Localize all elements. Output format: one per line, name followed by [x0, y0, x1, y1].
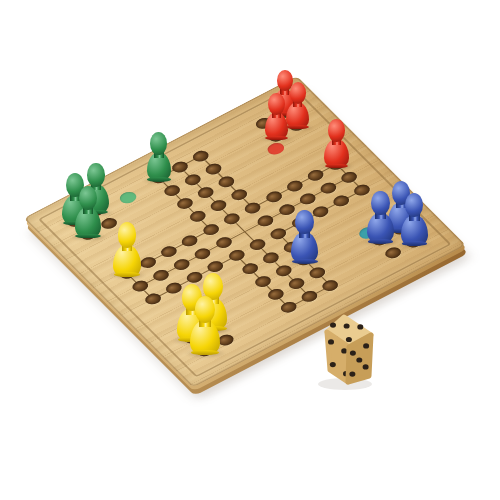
peg-yellow-head [195, 296, 215, 323]
die-pip [356, 357, 362, 362]
peg-blue-1[interactable] [367, 191, 395, 244]
die-pip [330, 323, 336, 328]
peg-red-3[interactable] [285, 82, 309, 129]
peg-blue-rim [292, 259, 318, 264]
peg-green-head [87, 163, 105, 187]
die-pip [346, 337, 352, 342]
peg-blue-head [405, 193, 423, 218]
peg-green-4[interactable] [146, 132, 172, 182]
peg-green-2[interactable] [74, 186, 102, 239]
scene [0, 0, 500, 500]
die-pip [330, 362, 336, 367]
peg-red-head [290, 82, 306, 104]
peg-green-rim [147, 177, 171, 181]
die-pip [357, 324, 363, 329]
peg-green-head [79, 186, 97, 210]
peg-blue-4[interactable] [291, 210, 319, 264]
peg-blue-head [371, 191, 389, 215]
peg-blue-head [295, 210, 314, 235]
peg-blue-rim [368, 239, 393, 244]
die-pip [363, 364, 369, 369]
peg-red-head [268, 93, 284, 115]
die-pip [328, 339, 334, 344]
die[interactable] [315, 308, 381, 392]
pieces-layer [0, 0, 500, 500]
die-pip [344, 323, 350, 328]
peg-blue-3[interactable] [401, 193, 429, 246]
die-pip [349, 372, 355, 377]
die-pip [363, 343, 369, 348]
peg-red-head [328, 119, 345, 142]
die-pip [341, 348, 347, 353]
peg-red-4[interactable] [324, 119, 350, 168]
die-pip [350, 351, 356, 356]
peg-green-head [150, 132, 167, 155]
peg-red-2[interactable] [264, 93, 289, 141]
peg-yellow-4[interactable] [113, 222, 142, 277]
peg-yellow-head [118, 222, 137, 247]
peg-yellow-2[interactable] [190, 296, 221, 355]
